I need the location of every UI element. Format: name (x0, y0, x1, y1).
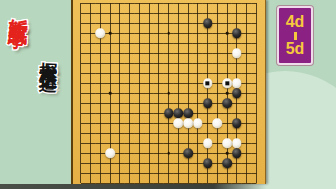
star-point (226, 152, 229, 155)
board-cell (105, 128, 115, 138)
board-cell (222, 0, 232, 8)
board-cell (105, 48, 115, 58)
board-cell (242, 158, 252, 168)
board-cell (222, 68, 232, 78)
board-cell (203, 28, 213, 38)
board-cell (213, 118, 223, 128)
board-cell (96, 148, 106, 158)
board-cell (242, 38, 252, 48)
board-cell (203, 58, 213, 68)
black-stone (232, 118, 242, 128)
board-cell (174, 78, 184, 88)
board-cell (96, 168, 106, 178)
board-cell (105, 78, 115, 88)
board-cell (96, 48, 106, 58)
board-cell (183, 0, 193, 8)
board-cell (154, 58, 164, 68)
board-cell (252, 0, 262, 8)
board-cell (154, 108, 164, 118)
star-point (226, 92, 229, 95)
white-stone (183, 118, 193, 128)
board-cell (86, 88, 96, 98)
board-cell (135, 38, 145, 48)
board-cell (164, 0, 174, 8)
board-cell (115, 128, 125, 138)
board-cell (252, 108, 262, 118)
star-point (167, 152, 170, 155)
board-cell (252, 48, 262, 58)
board-cell (164, 168, 174, 178)
black-stone (174, 108, 184, 118)
board-cell (203, 8, 213, 18)
board-cell (125, 58, 135, 68)
board-cell (76, 128, 86, 138)
board-cell (105, 168, 115, 178)
board-cell (193, 158, 203, 168)
black-stone (232, 28, 242, 38)
video-thumbnail: 斩断实战恶手 探索棋之正道 4d 5d (0, 0, 336, 189)
board-cell (105, 18, 115, 28)
board-cell (125, 8, 135, 18)
board-cell (213, 98, 223, 108)
board-cell (135, 68, 145, 78)
board-cell (232, 148, 242, 158)
board-cell (174, 118, 184, 128)
white-stone (222, 78, 232, 88)
board-cell (144, 68, 154, 78)
board-cell (76, 0, 86, 8)
board-cell (222, 128, 232, 138)
board-cell (125, 38, 135, 48)
board-cell (105, 38, 115, 48)
board-cell (242, 58, 252, 68)
board-cell (183, 38, 193, 48)
board-cell (135, 0, 145, 8)
board-cell (164, 128, 174, 138)
star-point (226, 32, 229, 35)
board-cell (193, 58, 203, 68)
board-cell (203, 158, 213, 168)
board-cell (154, 8, 164, 18)
board-cell (164, 148, 174, 158)
board-cell (164, 38, 174, 48)
board-cell (96, 68, 106, 78)
board-cell (183, 68, 193, 78)
board-cell (203, 38, 213, 48)
board-cell (86, 18, 96, 28)
board-cell (154, 78, 164, 88)
board-cell (125, 118, 135, 128)
board-cell (174, 58, 184, 68)
star-point (167, 32, 170, 35)
star-point (109, 32, 112, 35)
board-cell (222, 78, 232, 88)
board-cell (242, 98, 252, 108)
board-cell (232, 18, 242, 28)
board-cell (252, 78, 262, 88)
board-cell (105, 118, 115, 128)
board-cell (232, 98, 242, 108)
board-cell (125, 168, 135, 178)
board-cell (105, 0, 115, 8)
board-cell (144, 148, 154, 158)
board-cell (183, 18, 193, 28)
last-move-square-marker (225, 81, 229, 85)
board-cell (144, 138, 154, 148)
board-cell (164, 28, 174, 38)
board-cell (164, 48, 174, 58)
board-cell (86, 158, 96, 168)
board-cell (144, 158, 154, 168)
black-stone (183, 108, 193, 118)
black-stone (232, 88, 242, 98)
board-cell (135, 78, 145, 88)
board-cell (174, 128, 184, 138)
board-cell (213, 78, 223, 88)
board-cell (125, 138, 135, 148)
board-cell (222, 168, 232, 178)
board-cell (164, 158, 174, 168)
board-cell (222, 28, 232, 38)
board-cell (144, 8, 154, 18)
board-cell (144, 168, 154, 178)
board-cell (252, 98, 262, 108)
board-cell (232, 168, 242, 178)
board-cell (232, 0, 242, 8)
star-point (109, 92, 112, 95)
board-cell (125, 78, 135, 88)
board-cell (232, 88, 242, 98)
board-cell (115, 118, 125, 128)
board-cell (154, 88, 164, 98)
board-cell (213, 28, 223, 38)
board-cell (86, 98, 96, 108)
board-cell (203, 78, 213, 88)
board-cell (115, 78, 125, 88)
board-cell (115, 58, 125, 68)
board-cell (115, 68, 125, 78)
board-cell (222, 118, 232, 128)
board-cell (76, 118, 86, 128)
white-stone (193, 118, 203, 128)
board-cell (135, 48, 145, 58)
board-cell (203, 168, 213, 178)
board-cell (76, 68, 86, 78)
last-move-square-marker (206, 81, 210, 85)
board-cell (232, 8, 242, 18)
board-cell (115, 158, 125, 168)
board-cell (183, 118, 193, 128)
board-cell (144, 38, 154, 48)
board-cell (105, 58, 115, 68)
white-stone (232, 78, 242, 88)
board-cell (105, 98, 115, 108)
board-cell (183, 98, 193, 108)
board-cell (96, 28, 106, 38)
board-cell (96, 138, 106, 148)
board-cell (193, 18, 203, 28)
board-cell (154, 138, 164, 148)
board-cell (222, 148, 232, 158)
title-banner-black: 探索棋之正道 (37, 47, 61, 63)
board-cell (174, 18, 184, 28)
board-cell (183, 28, 193, 38)
board-cell (96, 158, 106, 168)
board-cell (193, 88, 203, 98)
board-cell (203, 138, 213, 148)
board-cell (125, 128, 135, 138)
board-cell (86, 108, 96, 118)
board-cell (115, 108, 125, 118)
board-cell (213, 88, 223, 98)
black-stone (164, 108, 174, 118)
board-cell (125, 0, 135, 8)
board-cell (115, 0, 125, 8)
board-cell (76, 38, 86, 48)
board-cell (115, 138, 125, 148)
board-cell (154, 38, 164, 48)
board-cell (183, 8, 193, 18)
board-cell (252, 138, 262, 148)
board-cell (115, 48, 125, 58)
board-cell (96, 78, 106, 88)
rank-badge: 4d 5d (277, 6, 313, 65)
black-stone (203, 18, 213, 28)
board-cell (105, 158, 115, 168)
board-cell (144, 0, 154, 8)
board-cell (242, 88, 252, 98)
rank-badge-separator (294, 32, 297, 40)
board-cell (105, 108, 115, 118)
board-cell (203, 0, 213, 8)
board-cell (222, 98, 232, 108)
board-cell (164, 98, 174, 108)
title-banner-red: 斩断实战恶手 (6, 3, 33, 17)
rank-badge-bottom: 5d (286, 41, 305, 57)
board-cell (86, 128, 96, 138)
board-cell (242, 48, 252, 58)
board-cell (115, 148, 125, 158)
board-cell (144, 58, 154, 68)
board-cell (222, 48, 232, 58)
board-cell (86, 168, 96, 178)
board-cell (154, 128, 164, 138)
board-cell (222, 158, 232, 168)
board-cell (154, 148, 164, 158)
board-cell (174, 68, 184, 78)
board-cell (232, 118, 242, 128)
board-cell (222, 108, 232, 118)
board-cell (222, 18, 232, 28)
board-cell (193, 78, 203, 88)
board-cell (154, 0, 164, 8)
board-cell (232, 38, 242, 48)
board-cell (125, 18, 135, 28)
board-cell (193, 48, 203, 58)
black-stone (183, 148, 193, 158)
board-cell (252, 88, 262, 98)
board-cell (203, 68, 213, 78)
board-cell (252, 168, 262, 178)
board-cell (96, 118, 106, 128)
board-cell (213, 18, 223, 28)
board-cell (193, 68, 203, 78)
board-cell (242, 168, 252, 178)
star-point (167, 92, 170, 95)
board-cell (222, 138, 232, 148)
board-cell (242, 0, 252, 8)
board-bottom-shadow (0, 184, 267, 189)
board-cell (154, 48, 164, 58)
board-cell (135, 28, 145, 38)
board-cell (242, 78, 252, 88)
board-cell (86, 58, 96, 68)
board-cell (96, 8, 106, 18)
board-cell (115, 28, 125, 38)
board-cell (125, 88, 135, 98)
white-stone (213, 118, 223, 128)
board-cell (164, 108, 174, 118)
board-cell (252, 118, 262, 128)
board-cell (203, 18, 213, 28)
board-cell (203, 98, 213, 108)
board-cell (86, 138, 96, 148)
board-cell (105, 8, 115, 18)
board-cell (135, 148, 145, 158)
board-cell (213, 108, 223, 118)
board-cell (96, 58, 106, 68)
board-cell (174, 8, 184, 18)
board-cell (105, 148, 115, 158)
board-cell (144, 118, 154, 128)
board-cell (252, 8, 262, 18)
board-cell (125, 68, 135, 78)
white-stone (203, 78, 213, 88)
board-cell (76, 168, 86, 178)
board-cell (222, 58, 232, 68)
board-cell (232, 108, 242, 118)
board-cell (174, 108, 184, 118)
board-cell (86, 38, 96, 48)
board-cell (154, 118, 164, 128)
board-cell (125, 98, 135, 108)
board-cell (252, 18, 262, 28)
board-cell (135, 158, 145, 168)
board-cell (154, 168, 164, 178)
board-cell (76, 28, 86, 38)
board-cell (232, 78, 242, 88)
board-cell (203, 148, 213, 158)
board-cell (135, 108, 145, 118)
board-cell (213, 68, 223, 78)
board-cell (183, 48, 193, 58)
board-cell (144, 78, 154, 88)
board-cell (105, 68, 115, 78)
board-cell (96, 98, 106, 108)
board-cell (232, 128, 242, 138)
board-cell (232, 48, 242, 58)
board-cell (213, 158, 223, 168)
board-cell (183, 108, 193, 118)
board-cell (183, 88, 193, 98)
board-cell (76, 78, 86, 88)
board-cell (144, 98, 154, 108)
board-cell (125, 108, 135, 118)
board-cell (105, 88, 115, 98)
board-cell (164, 68, 174, 78)
board-cell (213, 138, 223, 148)
board-cell (115, 98, 125, 108)
board-cell (144, 48, 154, 58)
board-cell (115, 38, 125, 48)
board-cell (135, 8, 145, 18)
board-cell (232, 138, 242, 148)
board-cell (174, 148, 184, 158)
board-cell (135, 128, 145, 138)
board-cell (144, 28, 154, 38)
board-cell (232, 58, 242, 68)
board-cell (193, 0, 203, 8)
board-cell (154, 18, 164, 28)
board-cell (213, 168, 223, 178)
board-cell (242, 8, 252, 18)
white-stone (105, 148, 115, 158)
board-cell (115, 168, 125, 178)
board-cell (96, 108, 106, 118)
board-cell (135, 118, 145, 128)
go-board (71, 0, 266, 184)
board-cell (144, 108, 154, 118)
white-stone (203, 138, 213, 148)
board-cell (193, 128, 203, 138)
board-cell (154, 28, 164, 38)
black-stone (203, 158, 213, 168)
board-cell (222, 88, 232, 98)
board-cell (76, 8, 86, 18)
board-cell (174, 48, 184, 58)
board-cell (174, 138, 184, 148)
board-cell (154, 158, 164, 168)
white-stone (232, 138, 242, 148)
board-cell (222, 8, 232, 18)
board-cell (125, 148, 135, 158)
board-cell (242, 148, 252, 158)
board-cell (76, 88, 86, 98)
board-cell (76, 18, 86, 28)
board-cell (203, 88, 213, 98)
board-cell (174, 28, 184, 38)
black-stone (232, 148, 242, 158)
board-cell (135, 138, 145, 148)
board-cell (86, 0, 96, 8)
board-cell (232, 68, 242, 78)
black-stone (203, 98, 213, 108)
board-cell (86, 48, 96, 58)
board-cell (242, 138, 252, 148)
board-cell (213, 148, 223, 158)
board-cell (86, 68, 96, 78)
board-cell (86, 148, 96, 158)
board-cell (164, 138, 174, 148)
board-cell (96, 38, 106, 48)
board-cell (213, 48, 223, 58)
board-cell (193, 108, 203, 118)
board-cell (154, 98, 164, 108)
board-cell (144, 128, 154, 138)
board-cell (86, 28, 96, 38)
black-stone (222, 158, 232, 168)
board-cell (115, 18, 125, 28)
